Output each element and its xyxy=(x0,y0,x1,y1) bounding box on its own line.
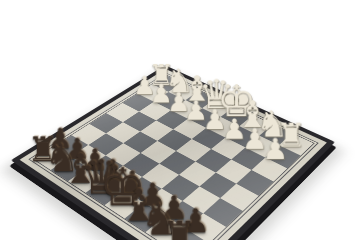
square-a5[interactable] xyxy=(90,113,123,133)
white-pawn[interactable]: ♟ xyxy=(263,136,288,163)
perspective-scene: ♜♞♝♛♚♝♞♜♟♟♟♟♟♟♟♟♟♟♟♟♟♟♟♟♜♞♝♛♚♝♞♜ xyxy=(0,0,360,240)
chess-set-photo: ♜♞♝♛♚♝♞♜♟♟♟♟♟♟♟♟♟♟♟♟♟♟♟♟♜♞♝♛♚♝♞♜ xyxy=(0,0,360,240)
black-rook[interactable]: ♜ xyxy=(162,217,192,240)
chess-board: ♜♞♝♛♚♝♞♜♟♟♟♟♟♟♟♟♟♟♟♟♟♟♟♟♜♞♝♛♚♝♞♜ xyxy=(11,65,335,240)
